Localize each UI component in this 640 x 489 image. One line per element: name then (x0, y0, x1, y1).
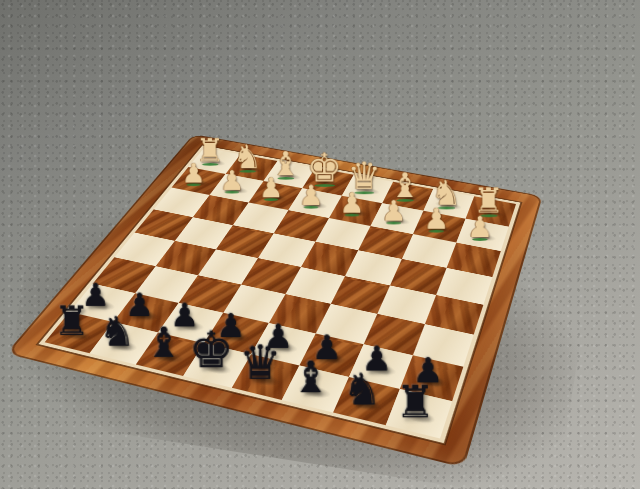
pawn-glyph: ♟ (424, 205, 450, 234)
bishop-glyph: ♝ (291, 356, 330, 399)
pawn-glyph: ♟ (182, 160, 206, 187)
pawn-glyph: ♟ (340, 189, 365, 217)
queen-glyph: ♛ (239, 340, 281, 387)
knight-glyph: ♞ (99, 311, 136, 352)
pawn-glyph: ♟ (220, 167, 244, 194)
knight-glyph: ♞ (343, 368, 382, 412)
bishop-glyph: ♝ (145, 322, 182, 364)
rook-glyph: ♜ (395, 380, 435, 424)
rook-glyph: ♜ (54, 301, 90, 342)
asphalt-ground: ♜♞♝♚♛♝♞♜♟♟♟♟♟♟♟♟♟♟♟♟♟♟♟♟♜♞♝♚♛♝♞♜ (0, 0, 640, 489)
pawn-glyph: ♟ (299, 182, 324, 210)
pawn-glyph: ♟ (259, 174, 284, 202)
pawn-glyph: ♟ (467, 213, 493, 242)
pawn-glyph: ♟ (381, 197, 406, 225)
king-glyph: ♚ (189, 325, 234, 375)
